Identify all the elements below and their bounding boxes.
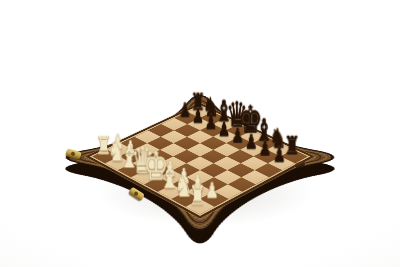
playing-field: ♜♞♝♛♚♝♞♜♟♟♟♟♟♟♟♟♟♟♟♟♟♟♟♟♜♞♝♛♚♝♞♜: [90, 105, 311, 216]
squares-grid: ♜♞♝♛♚♝♞♜♟♟♟♟♟♟♟♟♟♟♟♟♟♟♟♟♜♞♝♛♚♝♞♜: [92, 106, 307, 214]
product-photo-scene: ♜♞♝♛♚♝♞♜♟♟♟♟♟♟♟♟♟♟♟♟♟♟♟♟♜♞♝♛♚♝♞♜: [0, 0, 400, 267]
board-3d-wrapper: ♜♞♝♛♚♝♞♜♟♟♟♟♟♟♟♟♟♟♟♟♟♟♟♟♜♞♝♛♚♝♞♜: [0, 0, 400, 267]
